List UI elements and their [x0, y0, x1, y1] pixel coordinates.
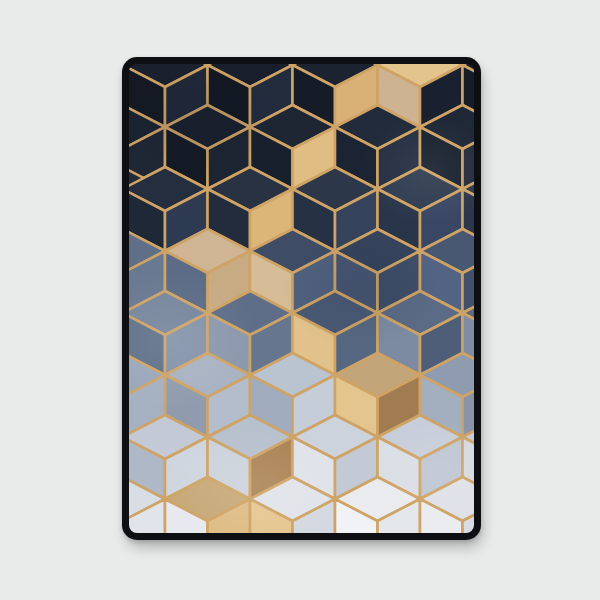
rug-product-image	[122, 57, 481, 540]
page-background: { "scene": { "type": "product-photo", "s…	[0, 0, 600, 600]
cube-pattern	[129, 64, 474, 533]
texture-blob	[280, 230, 440, 350]
rug-pattern-area	[129, 64, 474, 533]
